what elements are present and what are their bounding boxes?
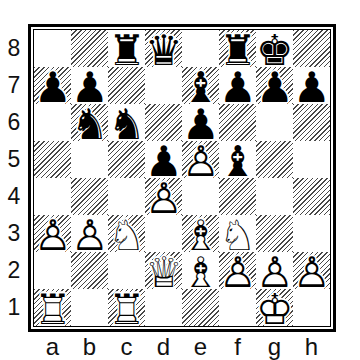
piece-wR-c1: ♜♖ bbox=[108, 289, 145, 326]
square-c6: ♞♞ bbox=[108, 104, 145, 141]
square-b1 bbox=[71, 289, 108, 326]
piece-wQ-d2: ♛♕ bbox=[145, 252, 182, 289]
piece-bP-h7: ♟♟ bbox=[293, 67, 330, 104]
piece-glyph-bQ: ♛ bbox=[145, 32, 182, 67]
square-e7: ♝♝ bbox=[182, 67, 219, 104]
piece-bB-e7: ♝♝ bbox=[182, 67, 219, 104]
square-b7: ♟♟ bbox=[71, 67, 108, 104]
piece-glyph-wP: ♙ bbox=[182, 143, 219, 178]
square-c1: ♜♖ bbox=[108, 289, 145, 326]
piece-bP-e6: ♟♟ bbox=[182, 104, 219, 141]
square-a1: ♜♖ bbox=[34, 289, 71, 326]
piece-glyph-wP: ♙ bbox=[71, 217, 108, 252]
piece-bK-g8: ♚♚ bbox=[256, 30, 293, 67]
piece-wP-d4: ♟♙ bbox=[145, 178, 182, 215]
rank-label-7: 7 bbox=[2, 67, 26, 104]
piece-glyph-wK: ♔ bbox=[256, 291, 293, 326]
piece-wB-e3: ♝♗ bbox=[182, 215, 219, 252]
piece-wR-a1: ♜♖ bbox=[34, 289, 71, 326]
square-b3: ♟♙ bbox=[71, 215, 108, 252]
file-label-g: g bbox=[256, 333, 293, 360]
square-d6 bbox=[145, 104, 182, 141]
square-g4 bbox=[256, 178, 293, 215]
square-d3 bbox=[145, 215, 182, 252]
piece-glyph-bP: ♟ bbox=[145, 143, 182, 178]
piece-bN-b6: ♞♞ bbox=[71, 104, 108, 141]
square-f6 bbox=[219, 104, 256, 141]
square-f1 bbox=[219, 289, 256, 326]
square-h2: ♟♙ bbox=[293, 252, 330, 289]
square-b5 bbox=[71, 141, 108, 178]
file-label-d: d bbox=[145, 333, 182, 360]
piece-bR-f8: ♜♜ bbox=[219, 30, 256, 67]
piece-bP-d5: ♟♟ bbox=[145, 141, 182, 178]
square-a7: ♟♟ bbox=[34, 67, 71, 104]
piece-glyph-bP: ♟ bbox=[219, 69, 256, 104]
square-a3: ♟♙ bbox=[34, 215, 71, 252]
piece-glyph-wP: ♙ bbox=[256, 254, 293, 289]
square-a5 bbox=[34, 141, 71, 178]
square-c8: ♜♜ bbox=[108, 30, 145, 67]
piece-glyph-bK: ♚ bbox=[256, 32, 293, 67]
square-e4 bbox=[182, 178, 219, 215]
piece-glyph-bB: ♝ bbox=[219, 143, 256, 178]
piece-wP-h2: ♟♙ bbox=[293, 252, 330, 289]
piece-glyph-bR: ♜ bbox=[219, 32, 256, 67]
square-h1 bbox=[293, 289, 330, 326]
piece-bQ-d8: ♛♛ bbox=[145, 30, 182, 67]
piece-glyph-wN: ♘ bbox=[108, 217, 145, 252]
square-c3: ♞♘ bbox=[108, 215, 145, 252]
square-h8 bbox=[293, 30, 330, 67]
square-d4: ♟♙ bbox=[145, 178, 182, 215]
piece-glyph-bN: ♞ bbox=[108, 106, 145, 141]
file-label-f: f bbox=[219, 333, 256, 360]
piece-glyph-bP: ♟ bbox=[182, 106, 219, 141]
square-b2 bbox=[71, 252, 108, 289]
piece-glyph-bP: ♟ bbox=[71, 69, 108, 104]
square-g7: ♟♟ bbox=[256, 67, 293, 104]
chess-diagram: 87654321 ♜♜♛♛♜♜♚♚♟♟♟♟♝♝♟♟♟♟♟♟♞♞♞♞♟♟♟♟♟♙♝… bbox=[0, 0, 360, 360]
square-e1 bbox=[182, 289, 219, 326]
rank-label-3: 3 bbox=[2, 215, 26, 252]
piece-glyph-wQ: ♕ bbox=[145, 254, 182, 289]
square-d8: ♛♛ bbox=[145, 30, 182, 67]
rank-label-4: 4 bbox=[2, 178, 26, 215]
square-f5: ♝♝ bbox=[219, 141, 256, 178]
piece-glyph-bB: ♝ bbox=[182, 69, 219, 104]
board-frame: ♜♜♛♛♜♜♚♚♟♟♟♟♝♝♟♟♟♟♟♟♞♞♞♞♟♟♟♟♟♙♝♝♟♙♟♙♟♙♞♘… bbox=[28, 24, 336, 332]
piece-wP-a3: ♟♙ bbox=[34, 215, 71, 252]
square-h5 bbox=[293, 141, 330, 178]
square-h6 bbox=[293, 104, 330, 141]
square-e5: ♟♙ bbox=[182, 141, 219, 178]
piece-wN-f3: ♞♘ bbox=[219, 215, 256, 252]
square-a6 bbox=[34, 104, 71, 141]
square-a4 bbox=[34, 178, 71, 215]
piece-glyph-bP: ♟ bbox=[256, 69, 293, 104]
square-b6: ♞♞ bbox=[71, 104, 108, 141]
square-f2: ♟♙ bbox=[219, 252, 256, 289]
piece-wK-g1: ♚♔ bbox=[256, 289, 293, 326]
rank-label-2: 2 bbox=[2, 252, 26, 289]
square-c7 bbox=[108, 67, 145, 104]
square-b8 bbox=[71, 30, 108, 67]
square-h4 bbox=[293, 178, 330, 215]
piece-glyph-wR: ♖ bbox=[108, 291, 145, 326]
square-d2: ♛♕ bbox=[145, 252, 182, 289]
square-a2 bbox=[34, 252, 71, 289]
square-d1 bbox=[145, 289, 182, 326]
square-g6 bbox=[256, 104, 293, 141]
square-d7 bbox=[145, 67, 182, 104]
square-g2: ♟♙ bbox=[256, 252, 293, 289]
square-a8 bbox=[34, 30, 71, 67]
piece-glyph-wP: ♙ bbox=[219, 254, 256, 289]
piece-bP-f7: ♟♟ bbox=[219, 67, 256, 104]
piece-wP-f2: ♟♙ bbox=[219, 252, 256, 289]
square-e8 bbox=[182, 30, 219, 67]
piece-glyph-wB: ♗ bbox=[182, 217, 219, 252]
piece-glyph-wP: ♙ bbox=[34, 217, 71, 252]
square-g3 bbox=[256, 215, 293, 252]
piece-glyph-bP: ♟ bbox=[293, 69, 330, 104]
square-h7: ♟♟ bbox=[293, 67, 330, 104]
file-label-e: e bbox=[182, 333, 219, 360]
square-c5 bbox=[108, 141, 145, 178]
square-g8: ♚♚ bbox=[256, 30, 293, 67]
square-c4 bbox=[108, 178, 145, 215]
rank-label-1: 1 bbox=[2, 289, 26, 326]
file-labels: abcdefgh bbox=[34, 333, 330, 360]
square-c2 bbox=[108, 252, 145, 289]
square-e3: ♝♗ bbox=[182, 215, 219, 252]
piece-bP-b7: ♟♟ bbox=[71, 67, 108, 104]
piece-glyph-wR: ♖ bbox=[34, 291, 71, 326]
square-f3: ♞♘ bbox=[219, 215, 256, 252]
piece-glyph-wP: ♙ bbox=[145, 180, 182, 215]
square-g5 bbox=[256, 141, 293, 178]
square-f8: ♜♜ bbox=[219, 30, 256, 67]
piece-wP-e5: ♟♙ bbox=[182, 141, 219, 178]
piece-glyph-bP: ♟ bbox=[34, 69, 71, 104]
piece-glyph-wB: ♗ bbox=[182, 254, 219, 289]
square-g1: ♚♔ bbox=[256, 289, 293, 326]
rank-label-6: 6 bbox=[2, 104, 26, 141]
rank-labels: 87654321 bbox=[2, 30, 26, 326]
piece-bP-g7: ♟♟ bbox=[256, 67, 293, 104]
chess-board: ♜♜♛♛♜♜♚♚♟♟♟♟♝♝♟♟♟♟♟♟♞♞♞♞♟♟♟♟♟♙♝♝♟♙♟♙♟♙♞♘… bbox=[33, 29, 331, 327]
file-label-h: h bbox=[293, 333, 330, 360]
piece-bB-f5: ♝♝ bbox=[219, 141, 256, 178]
square-d5: ♟♟ bbox=[145, 141, 182, 178]
piece-bR-c8: ♜♜ bbox=[108, 30, 145, 67]
square-e2: ♝♗ bbox=[182, 252, 219, 289]
piece-wN-c3: ♞♘ bbox=[108, 215, 145, 252]
piece-glyph-wP: ♙ bbox=[293, 254, 330, 289]
piece-bN-c6: ♞♞ bbox=[108, 104, 145, 141]
piece-bP-a7: ♟♟ bbox=[34, 67, 71, 104]
file-label-c: c bbox=[108, 333, 145, 360]
piece-wP-g2: ♟♙ bbox=[256, 252, 293, 289]
square-h3 bbox=[293, 215, 330, 252]
file-label-b: b bbox=[71, 333, 108, 360]
piece-glyph-bN: ♞ bbox=[71, 106, 108, 141]
square-f4 bbox=[219, 178, 256, 215]
square-e6: ♟♟ bbox=[182, 104, 219, 141]
rank-label-8: 8 bbox=[2, 30, 26, 67]
square-f7: ♟♟ bbox=[219, 67, 256, 104]
piece-wB-e2: ♝♗ bbox=[182, 252, 219, 289]
file-label-a: a bbox=[34, 333, 71, 360]
square-b4 bbox=[71, 178, 108, 215]
piece-glyph-bR: ♜ bbox=[108, 32, 145, 67]
piece-wP-b3: ♟♙ bbox=[71, 215, 108, 252]
rank-label-5: 5 bbox=[2, 141, 26, 178]
piece-glyph-wN: ♘ bbox=[219, 217, 256, 252]
